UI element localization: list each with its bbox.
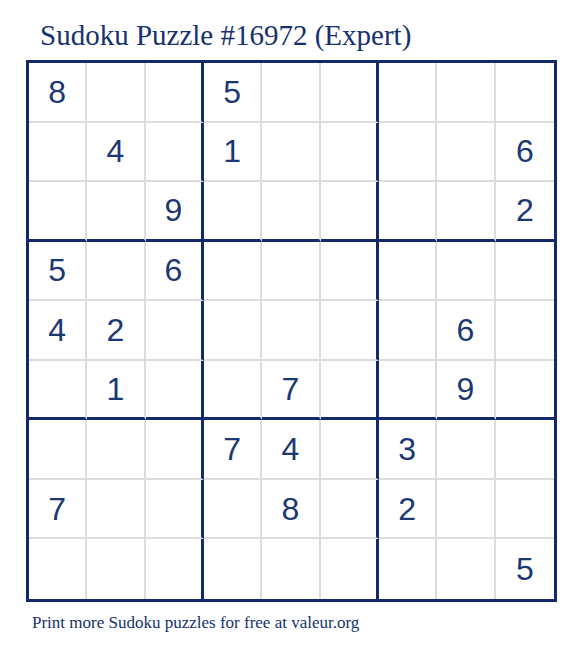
footer-text: Print more Sudoku puzzles for free at va… (32, 613, 359, 633)
sudoku-cell-r8c4 (204, 480, 262, 540)
sudoku-cell-r5c7 (379, 301, 437, 361)
sudoku-cell-r6c4 (204, 361, 262, 421)
sudoku-given-digit: 7 (48, 493, 66, 525)
sudoku-cell-r5c3 (146, 301, 204, 361)
sudoku-cell-r4c8 (437, 242, 495, 302)
sudoku-cell-r2c4: 1 (204, 123, 262, 183)
sudoku-cell-r9c7 (379, 539, 437, 599)
sudoku-cell-r2c8 (437, 123, 495, 183)
sudoku-given-digit: 2 (516, 194, 534, 226)
sudoku-given-digit: 8 (282, 493, 300, 525)
sudoku-cell-r1c8 (437, 63, 495, 123)
sudoku-cell-r1c2 (87, 63, 145, 123)
sudoku-cell-r7c4: 7 (204, 420, 262, 480)
sudoku-cell-r7c8 (437, 420, 495, 480)
sudoku-cell-r5c8: 6 (437, 301, 495, 361)
sudoku-cell-r6c1 (29, 361, 87, 421)
sudoku-given-digit: 6 (516, 135, 534, 167)
sudoku-cell-r3c1 (29, 182, 87, 242)
sudoku-cell-r3c5 (262, 182, 320, 242)
sudoku-cell-r7c5: 4 (262, 420, 320, 480)
sudoku-cell-r6c6 (321, 361, 379, 421)
sudoku-page: Sudoku Puzzle #16972 (Expert) 8541692564… (0, 0, 580, 651)
sudoku-cell-r3c4 (204, 182, 262, 242)
sudoku-given-digit: 3 (398, 433, 416, 465)
sudoku-cell-r8c8 (437, 480, 495, 540)
sudoku-cell-r9c8 (437, 539, 495, 599)
sudoku-cell-r7c3 (146, 420, 204, 480)
sudoku-cell-r2c6 (321, 123, 379, 183)
sudoku-grid: 8541692564261797437825 (26, 60, 557, 602)
sudoku-cell-r2c9: 6 (496, 123, 554, 183)
sudoku-cell-r8c2 (87, 480, 145, 540)
sudoku-cell-r8c7: 2 (379, 480, 437, 540)
sudoku-given-digit: 9 (164, 194, 182, 226)
sudoku-given-digit: 6 (457, 314, 475, 346)
page-title: Sudoku Puzzle #16972 (Expert) (40, 18, 411, 52)
sudoku-cell-r4c1: 5 (29, 242, 87, 302)
sudoku-cell-r7c7: 3 (379, 420, 437, 480)
sudoku-cell-r1c7 (379, 63, 437, 123)
sudoku-cell-r5c2: 2 (87, 301, 145, 361)
sudoku-given-digit: 6 (164, 254, 182, 286)
sudoku-cell-r9c2 (87, 539, 145, 599)
sudoku-cell-r1c5 (262, 63, 320, 123)
sudoku-cell-r4c3: 6 (146, 242, 204, 302)
sudoku-given-digit: 4 (107, 135, 125, 167)
sudoku-cell-r8c6 (321, 480, 379, 540)
sudoku-given-digit: 2 (398, 493, 416, 525)
sudoku-cell-r9c9: 5 (496, 539, 554, 599)
sudoku-cell-r5c5 (262, 301, 320, 361)
sudoku-cell-r3c7 (379, 182, 437, 242)
sudoku-cell-r4c2 (87, 242, 145, 302)
sudoku-given-digit: 5 (223, 76, 241, 108)
sudoku-cell-r5c4 (204, 301, 262, 361)
sudoku-cell-r6c7 (379, 361, 437, 421)
sudoku-cell-r7c9 (496, 420, 554, 480)
sudoku-cell-r7c1 (29, 420, 87, 480)
sudoku-cell-r4c7 (379, 242, 437, 302)
sudoku-given-digit: 1 (223, 135, 241, 167)
sudoku-cell-r1c6 (321, 63, 379, 123)
sudoku-cell-r9c5 (262, 539, 320, 599)
sudoku-cell-r6c3 (146, 361, 204, 421)
sudoku-cell-r2c5 (262, 123, 320, 183)
sudoku-cell-r6c2: 1 (87, 361, 145, 421)
sudoku-cell-r1c1: 8 (29, 63, 87, 123)
sudoku-cell-r2c2: 4 (87, 123, 145, 183)
sudoku-cell-r3c2 (87, 182, 145, 242)
sudoku-cell-r9c1 (29, 539, 87, 599)
sudoku-given-digit: 8 (48, 76, 66, 108)
sudoku-given-digit: 1 (107, 373, 125, 405)
sudoku-cell-r8c5: 8 (262, 480, 320, 540)
sudoku-cell-r8c3 (146, 480, 204, 540)
sudoku-given-digit: 5 (48, 254, 66, 286)
sudoku-cell-r5c6 (321, 301, 379, 361)
sudoku-cell-r3c3: 9 (146, 182, 204, 242)
sudoku-cell-r5c9 (496, 301, 554, 361)
sudoku-cell-r6c9 (496, 361, 554, 421)
sudoku-cell-r9c4 (204, 539, 262, 599)
sudoku-cell-r6c8: 9 (437, 361, 495, 421)
sudoku-cell-r1c9 (496, 63, 554, 123)
sudoku-cell-r4c9 (496, 242, 554, 302)
sudoku-cell-r3c8 (437, 182, 495, 242)
sudoku-given-digit: 4 (48, 314, 66, 346)
sudoku-cell-r4c4 (204, 242, 262, 302)
sudoku-cell-r7c6 (321, 420, 379, 480)
sudoku-cell-r2c1 (29, 123, 87, 183)
sudoku-given-digit: 7 (282, 373, 300, 405)
sudoku-cell-r9c6 (321, 539, 379, 599)
sudoku-cell-r1c3 (146, 63, 204, 123)
sudoku-cell-r9c3 (146, 539, 204, 599)
sudoku-cell-r6c5: 7 (262, 361, 320, 421)
sudoku-given-digit: 5 (516, 553, 534, 585)
sudoku-given-digit: 2 (107, 314, 125, 346)
sudoku-given-digit: 7 (223, 433, 241, 465)
sudoku-cell-r5c1: 4 (29, 301, 87, 361)
sudoku-given-digit: 9 (457, 373, 475, 405)
sudoku-cell-r2c3 (146, 123, 204, 183)
sudoku-cell-r7c2 (87, 420, 145, 480)
sudoku-cell-r8c1: 7 (29, 480, 87, 540)
sudoku-cell-r3c6 (321, 182, 379, 242)
sudoku-given-digit: 4 (282, 433, 300, 465)
sudoku-cell-r8c9 (496, 480, 554, 540)
sudoku-cell-r3c9: 2 (496, 182, 554, 242)
sudoku-cell-r2c7 (379, 123, 437, 183)
sudoku-cell-r1c4: 5 (204, 63, 262, 123)
sudoku-cell-r4c5 (262, 242, 320, 302)
sudoku-cell-r4c6 (321, 242, 379, 302)
